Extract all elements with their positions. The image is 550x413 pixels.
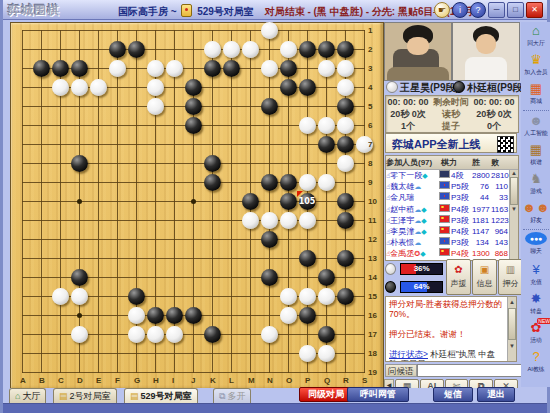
- spectator-rank: P3段: [451, 238, 469, 247]
- white-stone-P18: [299, 345, 316, 362]
- spectator-row[interactable]: ☝王泽宇☁◆P3段11811223: [386, 215, 510, 226]
- spectator-losses: 1163: [491, 204, 510, 215]
- flag-cn-icon: [439, 226, 450, 234]
- black-stone-P16: [299, 307, 316, 324]
- gem-icon: ◆: [421, 217, 426, 224]
- spectator-rank: P5段: [451, 182, 469, 191]
- black-stone-P13: [299, 250, 316, 267]
- black-stone-R11: [337, 212, 354, 229]
- black-stone-O4: [280, 79, 297, 96]
- chat-text: 押分已结束。谢谢！: [389, 329, 466, 339]
- home-icon: ⌂: [15, 391, 20, 401]
- coord-number-10: 10: [368, 197, 377, 206]
- spectator-wins: 44: [472, 192, 491, 203]
- chat-icon: ●●●: [525, 232, 547, 245]
- coord-letter-I: I: [172, 376, 174, 385]
- black-stone-R5: [337, 98, 354, 115]
- black-stone-N14: [261, 269, 278, 286]
- flag-cn-icon: [439, 215, 450, 223]
- black-stone-P2: [299, 41, 316, 58]
- white-stone-icon: [386, 81, 398, 93]
- help-icon[interactable]: ?: [470, 2, 486, 18]
- white-stone-O11: [280, 212, 297, 229]
- info-button[interactable]: ▣信息: [472, 259, 497, 295]
- coord-number-18: 18: [368, 349, 377, 358]
- bet-button[interactable]: ▥押分: [498, 259, 523, 295]
- coord-letter-B: B: [39, 376, 45, 385]
- spectator-row[interactable]: ☝零下一段◆4段28002810: [386, 170, 510, 181]
- spectator-rank: P4段: [451, 227, 469, 236]
- kifu-label: 棋谱: [523, 158, 550, 164]
- chat-text: 押分对局-胜者获得总押分数的70%。: [389, 299, 502, 319]
- strip-divider: [523, 110, 549, 111]
- black-stone-D3: [71, 60, 88, 77]
- side-crown-button[interactable]: ♛加入会员: [521, 51, 550, 80]
- spectator-row[interactable]: ☝金凡瑞P3段4433: [386, 192, 510, 203]
- spectator-losses: 868: [491, 248, 510, 259]
- black-stone-Q2: [318, 41, 335, 58]
- spectator-row[interactable]: ☝赵中稙☁◆P4段19771163: [386, 204, 510, 215]
- side-icon-strip: ⌂回大厅♛加入会员▦商城☻人工智能▦棋谱♞游戏☻☻好友●●●聊天¥充值✸转盘✿活…: [521, 22, 550, 387]
- white-stone-O15: [280, 288, 297, 305]
- coord-number-3: 3: [368, 64, 372, 73]
- white-stone-P9: [299, 174, 316, 191]
- coord-number-2: 2: [368, 45, 372, 54]
- white-stone-Q9: [318, 174, 335, 191]
- side-recharge-button[interactable]: ¥充值: [521, 261, 550, 290]
- black-stone-R15: [337, 288, 354, 305]
- white-stone-R6: [337, 117, 354, 134]
- coord-number-12: 12: [368, 235, 377, 244]
- coord-letter-H: H: [153, 376, 159, 385]
- white-stone-Q3: [318, 60, 335, 77]
- wheel-icon: ✸: [521, 290, 550, 307]
- chat-scrollbar[interactable]: ▲▼: [507, 297, 516, 361]
- white-player-name: 王星昊(P9段): [386, 81, 459, 93]
- white-stone-Q18: [318, 345, 335, 362]
- app-logo: 弈城围棋: [8, 2, 60, 19]
- white-vote-row: 36%: [385, 261, 443, 276]
- white-stone-C15: [52, 288, 69, 305]
- white-stone-C4: [52, 79, 69, 96]
- white-stone-P15: [299, 288, 316, 305]
- spectator-row[interactable]: ☝金禹丞✪◆P4段1300868: [386, 248, 510, 259]
- black-stone-J6: [185, 117, 202, 134]
- board-grid[interactable]: 105: [22, 30, 365, 373]
- black-stone-icon: [385, 281, 396, 293]
- side-game-button[interactable]: ♞游戏: [521, 170, 550, 199]
- white-stone-L2: [223, 41, 240, 58]
- info-icon[interactable]: i: [452, 2, 468, 18]
- tab-lobby[interactable]: ⌂大厅: [9, 388, 46, 404]
- photo-white-player: [384, 22, 452, 81]
- side-shop-button[interactable]: ▦商城: [521, 80, 550, 109]
- spectator-table-header: 参加人员(97) 棋力 胜 败: [386, 156, 518, 170]
- black-stone-K17: [204, 326, 221, 343]
- white-stone-D17: [71, 326, 88, 343]
- drawer-icon: ▥: [499, 260, 522, 278]
- spectator-table: 参加人员(97) 棋力 胜 败 ☝零下一段◆4段28002810☝魏太雄☁P5段…: [385, 155, 519, 261]
- flag-cn-icon: [439, 248, 450, 256]
- byoyomi-label: 读秒: [430, 108, 472, 120]
- side-event-button[interactable]: ✿活动NEW: [521, 319, 550, 348]
- recharge-icon: ¥: [521, 261, 550, 278]
- white-stone-R8: [337, 155, 354, 172]
- spectator-name: 魏太雄: [390, 182, 414, 191]
- tab-room529[interactable]: ▤529号对局室: [124, 388, 198, 404]
- call-admin-button[interactable]: 呼叫网管: [347, 387, 409, 402]
- side-coach-button[interactable]: ?AI教练: [521, 348, 550, 377]
- bottom-tab-bar: ⌂大厅▤2号对局室▤529号对局室⧉多开 同级对局呼叫网管短信退出: [3, 388, 547, 404]
- spectator-name: 王泽宇: [390, 216, 414, 225]
- coord-letter-N: N: [267, 376, 273, 385]
- spectator-name: 朴表憬: [390, 238, 414, 247]
- black-stone-O3: [280, 60, 297, 77]
- tab-room2[interactable]: ▤2号对局室: [53, 388, 117, 404]
- home-icon: ⌂: [521, 22, 550, 39]
- star-point: [77, 313, 82, 318]
- coord-letter-O: O: [286, 376, 292, 385]
- black-stone-H16: [147, 307, 164, 324]
- black-byoyomi: 20秒 0次: [472, 108, 516, 120]
- black-stone-C3: [52, 60, 69, 77]
- title-bar: 弈城围棋 国际高手房 ~ 529号对局室 对局结束 - (黑 中盘胜) - 分先…: [3, 0, 547, 20]
- white-stone-R3: [337, 60, 354, 77]
- star-point: [191, 199, 196, 204]
- greeting-label[interactable]: 问候语: [385, 364, 417, 377]
- white-stone-H4: [147, 79, 164, 96]
- coord-number-19: 19: [368, 368, 377, 377]
- spectator-rank: P3段: [451, 216, 469, 225]
- timer-panel: 00: 00: 00 剩余时间 00: 00: 00 20秒 0次 读秒 20秒…: [385, 95, 519, 133]
- spectator-rank: P4段: [451, 205, 469, 214]
- white-stone-I17: [166, 326, 183, 343]
- flag-kr-icon: [439, 181, 450, 189]
- black-stone-N9: [261, 174, 278, 191]
- white-stone-I3: [166, 60, 183, 77]
- black-stone-O10: [280, 193, 297, 210]
- coord-letter-Q: Q: [324, 376, 330, 385]
- flag-ew-icon: [439, 170, 450, 178]
- black-vote-pct: 64%: [401, 282, 442, 292]
- gem-icon: ◆: [420, 250, 425, 257]
- black-stone-Q7: [318, 136, 335, 153]
- coord-number-5: 5: [368, 102, 372, 111]
- coord-number-4: 4: [368, 83, 372, 92]
- white-stone-K2: [204, 41, 221, 58]
- recharge-label: 充值: [523, 278, 550, 284]
- minimize-button[interactable]: ─: [488, 2, 505, 18]
- black-stone-Q14: [318, 269, 335, 286]
- go-board[interactable]: 105 ABCDEFGHIJKLMNOPQRS12345678910111213…: [10, 22, 384, 391]
- chat-message: 进行状态> 朴廷桓"执黑 中盘胜"王星昊"。: [389, 349, 506, 362]
- coord-number-1: 1: [368, 26, 372, 35]
- black-stone-K9: [204, 174, 221, 191]
- black-stone-R2: [337, 41, 354, 58]
- coord-number-13: 13: [368, 254, 377, 263]
- coord-number-15: 15: [368, 292, 377, 301]
- white-stone-F3: [109, 60, 126, 77]
- side-home-button[interactable]: ⌂回大厅: [521, 22, 550, 51]
- white-stone-H17: [147, 326, 164, 343]
- sms-button[interactable]: 短信: [433, 387, 473, 402]
- coord-number-7: 7: [368, 140, 372, 149]
- black-stone-K3: [204, 60, 221, 77]
- cloud-icon: ☁: [414, 183, 421, 190]
- spectator-rank: P4段: [451, 249, 469, 258]
- spectator-losses: 110: [491, 181, 510, 192]
- spectator-losses: 2810: [491, 170, 510, 181]
- white-time: 00: 00: 00: [386, 96, 430, 108]
- black-stone-Q17: [318, 326, 335, 343]
- tile-icon: ▤: [59, 391, 68, 401]
- spectator-name: 零下一段: [390, 171, 422, 180]
- strip-divider: [523, 229, 549, 230]
- black-stone-R7: [337, 136, 354, 153]
- spectator-losses: 964: [491, 226, 510, 237]
- coord-number-14: 14: [368, 273, 377, 282]
- coord-letter-J: J: [191, 376, 195, 385]
- spectator-losses: 1223: [491, 215, 510, 226]
- white-stone-N11: [261, 212, 278, 229]
- black-stone-J16: [185, 307, 202, 324]
- coord-letter-G: G: [134, 376, 140, 385]
- bet-label: 押分: [503, 279, 519, 288]
- white-stone-D15: [71, 288, 88, 305]
- white-stone-O16: [280, 307, 297, 324]
- room-tile-icon: [181, 4, 192, 17]
- white-stone-H5: [147, 98, 164, 115]
- flag-kr-icon: [439, 192, 450, 200]
- qr-code: [497, 136, 514, 153]
- white-stone-P11: [299, 212, 316, 229]
- coach-label: AI教练: [523, 365, 550, 371]
- multi-icon: ⧉: [219, 391, 225, 401]
- coord-number-17: 17: [368, 330, 377, 339]
- flag-cn-icon: [439, 204, 450, 212]
- chat-message: 押分已结束。谢谢！: [389, 329, 506, 339]
- coord-number-6: 6: [368, 121, 372, 130]
- coord-letter-L: L: [229, 376, 234, 385]
- black-stone-N12: [261, 231, 278, 248]
- info-label: 信息: [477, 279, 493, 288]
- white-stone-Q6: [318, 117, 335, 134]
- coord-number-9: 9: [368, 178, 372, 187]
- black-stone-I16: [166, 307, 183, 324]
- black-stone-G15: [128, 288, 145, 305]
- black-stone-P10: 105: [299, 193, 316, 210]
- hand-icon[interactable]: ☛: [434, 2, 450, 18]
- friends-label: 好友: [523, 216, 550, 222]
- white-stone-E4: [90, 79, 107, 96]
- black-stone-D14: [71, 269, 88, 286]
- chat-box[interactable]: 押分对局-胜者获得总押分数的70%。押分已结束。谢谢！进行状态> 朴廷桓"执黑 …: [385, 296, 517, 362]
- white-captures: 1个: [386, 120, 430, 132]
- black-player-name: 朴廷桓(P9段): [453, 81, 526, 93]
- tab-label: 大厅: [22, 391, 40, 401]
- spectator-row[interactable]: ☝朴表憬☁P3段134143: [386, 237, 510, 248]
- home-label: 回大厅: [523, 39, 550, 45]
- event-label: 活动: [523, 336, 550, 342]
- white-stone-R4: [337, 79, 354, 96]
- white-stone-P6: [299, 117, 316, 134]
- white-stone-D4: [71, 79, 88, 96]
- black-stone-O9: [280, 174, 297, 191]
- last-move-marker-icon: [297, 191, 303, 197]
- tab-label: 多开: [227, 391, 245, 401]
- chat-status-prefix: 进行状态>: [389, 349, 428, 359]
- robot-icon: ☻: [521, 112, 550, 129]
- white-stone-G16: [128, 307, 145, 324]
- black-stone-J5: [185, 98, 202, 115]
- app-window: 弈城围棋 国际高手房 ~ 529号对局室 对局结束 - (黑 中盘胜) - 分先…: [0, 0, 550, 413]
- spectator-row[interactable]: ☝魏太雄☁P5段76110: [386, 181, 510, 192]
- rose-icon: ✿: [447, 260, 470, 278]
- spectator-wins: 134: [472, 237, 491, 248]
- black-stone-M10: [242, 193, 259, 210]
- status-bar: [3, 403, 547, 413]
- spectator-wins: 1977: [472, 204, 491, 215]
- spectator-name: 金禹丞: [390, 249, 414, 258]
- same-level-game-button[interactable]: 同级对局: [299, 387, 353, 402]
- shop-label: 商城: [523, 97, 550, 103]
- tab-label: 2号对局室: [70, 391, 111, 401]
- side-robot-button[interactable]: ☻人工智能: [521, 112, 550, 141]
- black-captures: 0个: [472, 120, 516, 132]
- new-badge: NEW: [537, 318, 550, 324]
- tab-label: 529号对局室: [141, 391, 192, 401]
- white-byoyomi: 20秒 0次: [386, 108, 430, 120]
- black-stone-R10: [337, 193, 354, 210]
- side-kifu-button[interactable]: ▦棋谱: [521, 141, 550, 170]
- chat-label: 聊天: [523, 247, 550, 253]
- white-stone-Q15: [318, 288, 335, 305]
- room-title: 国际高手房 ~: [118, 6, 177, 17]
- side-friends-button[interactable]: ☻☻好友: [521, 199, 550, 228]
- coord-letter-D: D: [77, 376, 83, 385]
- cloud-icon: ☁: [414, 239, 421, 246]
- cheer-label: 声援: [451, 279, 467, 288]
- white-stone-M2: [242, 41, 259, 58]
- white-stone-N3: [261, 60, 278, 77]
- crown-label: 加入会员: [523, 68, 550, 74]
- star-point: [77, 199, 82, 204]
- spectator-losses: 33: [491, 192, 510, 203]
- crown-icon: ♛: [521, 51, 550, 68]
- spectator-rank: P3段: [451, 193, 469, 202]
- game-icon: ♞: [521, 170, 550, 187]
- coord-letter-F: F: [115, 376, 120, 385]
- spectator-name: 金凡瑞: [390, 193, 414, 202]
- friends-icon: ☻☻: [521, 199, 550, 216]
- coord-number-8: 8: [368, 159, 372, 168]
- coord-letter-M: M: [248, 376, 255, 385]
- white-stone-G17: [128, 326, 145, 343]
- spectator-rank: 4段: [451, 171, 463, 180]
- black-stone-J4: [185, 79, 202, 96]
- gem-icon: ◆: [422, 172, 427, 179]
- spectator-wins: 1181: [472, 215, 491, 226]
- black-stone-R13: [337, 250, 354, 267]
- side-wheel-button[interactable]: ✸转盘: [521, 290, 550, 319]
- side-chat-button[interactable]: ●●●聊天: [521, 232, 550, 261]
- tab-multi[interactable]: ⧉多开: [213, 388, 251, 404]
- spectator-name: 李昊潼: [390, 227, 414, 236]
- black-stone-D8: [71, 155, 88, 172]
- chat-message: 押分对局-胜者获得总押分数的70%。: [389, 299, 506, 319]
- black-stone-N5: [261, 98, 278, 115]
- coord-letter-S: S: [362, 376, 367, 385]
- white-stone-N1: [261, 22, 278, 39]
- shop-icon: ▦: [521, 80, 550, 97]
- white-vote-pct: 36%: [401, 264, 442, 274]
- case-icon: ▣: [473, 260, 496, 278]
- photo-black-player: [452, 22, 520, 81]
- spectator-losses: 143: [491, 237, 510, 248]
- remaining-time-label: 剩余时间: [430, 96, 472, 108]
- black-stone-K8: [204, 155, 221, 172]
- spectator-scrollbar[interactable]: ▲▼: [509, 170, 518, 260]
- coord-letter-R: R: [343, 376, 349, 385]
- robot-label: 人工智能: [523, 129, 550, 135]
- exit-button[interactable]: 退出: [477, 387, 515, 402]
- coord-letter-E: E: [96, 376, 101, 385]
- spectator-wins: 1300: [472, 248, 491, 259]
- black-time: 00: 00: 00: [472, 96, 516, 108]
- gem-icon: ◆: [421, 228, 426, 235]
- white-stone-O2: [280, 41, 297, 58]
- maximize-button[interactable]: □: [507, 2, 524, 18]
- coord-letter-P: P: [305, 376, 310, 385]
- black-stone-B3: [33, 60, 50, 77]
- spectator-row[interactable]: ☝李昊潼☁◆P4段1147964: [386, 226, 510, 237]
- coord-number-11: 11: [368, 216, 376, 225]
- spectator-wins: 1147: [472, 226, 491, 237]
- black-stone-icon: [453, 81, 465, 93]
- captures-label: 提子: [430, 120, 472, 132]
- coord-letter-K: K: [210, 376, 216, 385]
- coord-letter-A: A: [20, 376, 26, 385]
- white-stone-N17: [261, 326, 278, 343]
- spectator-wins: 2800: [472, 170, 491, 181]
- gem-icon: ◆: [421, 206, 426, 213]
- spectator-name: 赵中稙: [390, 205, 414, 214]
- coord-letter-C: C: [58, 376, 64, 385]
- spectator-wins: 76: [472, 181, 491, 192]
- black-vote-row: 64%: [385, 279, 443, 294]
- vote-bars: 36% 64%: [385, 261, 443, 297]
- white-stone-H3: [147, 60, 164, 77]
- room-number: 529号对局室: [197, 6, 254, 17]
- cheer-button[interactable]: ✿声援: [446, 259, 471, 295]
- coach-icon: ?: [521, 348, 550, 365]
- tile-icon: ▤: [130, 391, 139, 401]
- black-stone-L3: [223, 60, 240, 77]
- black-stone-G2: [128, 41, 145, 58]
- close-button[interactable]: ✕: [526, 2, 543, 18]
- game-label: 游戏: [523, 187, 550, 193]
- coord-number-16: 16: [368, 311, 377, 320]
- black-stone-P4: [299, 79, 316, 96]
- window-title: 国际高手房 ~ 529号对局室 对局结束 - (黑 中盘胜) - 分先: 黑贴6…: [118, 4, 480, 19]
- flag-kr-icon: [439, 237, 450, 245]
- white-stone-M11: [242, 212, 259, 229]
- wheel-label: 转盘: [523, 307, 550, 313]
- app-banner[interactable]: 弈城APP全新上线: [385, 133, 517, 153]
- kifu-icon: ▦: [521, 141, 550, 158]
- white-stone-icon: [385, 263, 396, 275]
- black-stone-F2: [109, 41, 126, 58]
